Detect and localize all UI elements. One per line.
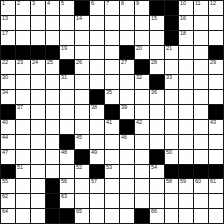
clue-number: 38: [91, 105, 97, 111]
grid-cell[interactable]: [209, 209, 223, 223]
grid-cell[interactable]: [16, 209, 30, 223]
black-cell: [165, 31, 179, 45]
black-cell: [1, 46, 15, 60]
black-cell: [90, 90, 104, 104]
grid-cell[interactable]: 36: [150, 90, 164, 104]
grid-cell[interactable]: [75, 179, 89, 193]
grid-cell[interactable]: [165, 194, 179, 208]
clue-number: 13: [2, 16, 8, 22]
grid-cell[interactable]: 52: [75, 165, 89, 179]
grid-cell[interactable]: [179, 194, 193, 208]
clue-number: 63: [61, 194, 67, 200]
grid-cell[interactable]: [16, 31, 30, 45]
grid-cell[interactable]: [135, 31, 149, 45]
black-cell: [60, 60, 74, 74]
clue-number: 66: [151, 209, 157, 215]
grid-cell[interactable]: [105, 60, 119, 74]
grid-cell[interactable]: [90, 209, 104, 223]
grid-cell[interactable]: 53: [105, 165, 119, 179]
black-cell: [135, 60, 149, 74]
clue-number: 1: [2, 1, 5, 7]
grid-cell[interactable]: [105, 135, 119, 149]
black-cell: [75, 1, 89, 15]
grid-cell[interactable]: [165, 90, 179, 104]
clue-number: 39: [121, 105, 127, 111]
clue-number: 11: [195, 1, 200, 7]
grid-cell[interactable]: [135, 90, 149, 104]
black-cell: [46, 46, 60, 60]
grid-cell[interactable]: [46, 135, 60, 149]
grid-cell[interactable]: 10: [179, 1, 193, 15]
grid-cell[interactable]: 26: [75, 60, 89, 74]
grid-cell[interactable]: 18: [179, 31, 193, 45]
grid-cell[interactable]: [46, 105, 60, 119]
grid-cell[interactable]: [31, 120, 45, 134]
grid-cell[interactable]: 62: [1, 194, 15, 208]
clue-number: 21: [166, 46, 172, 52]
grid-cell[interactable]: 31: [60, 75, 74, 89]
grid-cell[interactable]: [31, 209, 45, 223]
grid-cell[interactable]: [135, 135, 149, 149]
grid-cell[interactable]: [46, 120, 60, 134]
grid-cell[interactable]: [165, 209, 179, 223]
crossword-grid: 1234567891011121314151617181920212223242…: [0, 0, 224, 224]
clue-number: 15: [151, 16, 157, 22]
grid-cell[interactable]: [16, 135, 30, 149]
grid-cell[interactable]: [105, 150, 119, 164]
grid-cell[interactable]: 29: [209, 60, 223, 74]
clue-number: 5: [61, 1, 64, 7]
grid-cell[interactable]: 14: [75, 16, 89, 30]
grid-cell[interactable]: [90, 31, 104, 45]
clue-number: 34: [2, 90, 8, 96]
grid-cell[interactable]: [150, 46, 164, 60]
grid-cell[interactable]: [120, 150, 134, 164]
clue-number: 20: [136, 46, 142, 52]
clue-number: 6: [91, 1, 94, 7]
grid-cell[interactable]: [179, 120, 193, 134]
grid-cell[interactable]: [31, 75, 45, 89]
grid-cell[interactable]: 61: [209, 179, 223, 193]
clue-number: 48: [61, 150, 67, 156]
clue-number: 37: [17, 105, 23, 111]
clue-number: 30: [2, 75, 8, 81]
grid-cell[interactable]: [60, 120, 74, 134]
grid-cell[interactable]: [16, 194, 30, 208]
grid-cell[interactable]: [90, 46, 104, 60]
grid-cell[interactable]: [60, 105, 74, 119]
grid-cell[interactable]: [60, 31, 74, 45]
grid-cell[interactable]: 3: [31, 1, 45, 15]
grid-cell[interactable]: 33: [165, 75, 179, 89]
grid-cell[interactable]: [31, 179, 45, 193]
grid-cell[interactable]: [46, 90, 60, 104]
clue-number: 9: [136, 1, 139, 7]
clue-number: 45: [76, 135, 82, 141]
grid-cell[interactable]: [105, 179, 119, 193]
grid-cell[interactable]: 6: [90, 1, 104, 15]
grid-cell[interactable]: [179, 75, 193, 89]
grid-cell[interactable]: [194, 75, 208, 89]
clue-number: 60: [195, 179, 201, 185]
clue-number: 35: [106, 90, 112, 96]
clue-number: 36: [151, 90, 157, 96]
grid-cell[interactable]: 20: [135, 46, 149, 60]
grid-cell[interactable]: 37: [16, 105, 30, 119]
grid-cell[interactable]: 59: [179, 179, 193, 193]
grid-cell[interactable]: [16, 16, 30, 30]
clue-number: 40: [2, 120, 8, 126]
grid-cell[interactable]: [105, 46, 119, 60]
clue-number: 10: [180, 1, 186, 7]
grid-cell[interactable]: 56: [60, 179, 74, 193]
grid-cell[interactable]: 63: [60, 194, 74, 208]
grid-cell[interactable]: 58: [165, 179, 179, 193]
black-cell: [46, 209, 60, 223]
grid-cell[interactable]: [194, 16, 208, 30]
grid-cell[interactable]: [209, 31, 223, 45]
grid-cell[interactable]: 35: [105, 90, 119, 104]
grid-cell[interactable]: [105, 31, 119, 45]
grid-cell[interactable]: 25: [46, 60, 60, 74]
black-cell: [1, 105, 15, 119]
black-cell: [120, 120, 134, 134]
grid-cell[interactable]: 40: [1, 120, 15, 134]
black-cell: [179, 165, 193, 179]
grid-cell[interactable]: 48: [60, 150, 74, 164]
grid-cell[interactable]: [165, 135, 179, 149]
grid-cell[interactable]: [179, 60, 193, 74]
clue-number: 55: [2, 179, 8, 185]
grid-cell[interactable]: [75, 194, 89, 208]
grid-cell[interactable]: 66: [150, 209, 164, 223]
grid-cell[interactable]: 32: [135, 75, 149, 89]
grid-cell[interactable]: [16, 120, 30, 134]
grid-cell[interactable]: 9: [135, 1, 149, 15]
clue-number: 29: [210, 60, 216, 66]
grid-cell[interactable]: 46: [120, 135, 134, 149]
grid-cell[interactable]: [150, 179, 164, 193]
grid-cell[interactable]: [60, 165, 74, 179]
grid-cell[interactable]: [16, 179, 30, 193]
black-cell: [150, 75, 164, 89]
grid-cell[interactable]: [179, 90, 193, 104]
grid-cell[interactable]: 49: [90, 150, 104, 164]
grid-cell[interactable]: [90, 120, 104, 134]
grid-cell[interactable]: [209, 194, 223, 208]
grid-cell[interactable]: [135, 194, 149, 208]
black-cell: [105, 105, 119, 119]
black-cell: [209, 46, 223, 60]
grid-cell[interactable]: [75, 120, 89, 134]
grid-cell[interactable]: [120, 90, 134, 104]
grid-cell[interactable]: [209, 150, 223, 164]
clue-number: 28: [151, 60, 157, 66]
grid-cell[interactable]: [150, 31, 164, 45]
clue-number: 22: [2, 60, 8, 66]
clue-number: 31: [61, 75, 67, 81]
black-cell: [209, 105, 223, 119]
grid-cell[interactable]: [31, 16, 45, 30]
grid-cell[interactable]: [194, 209, 208, 223]
grid-cell[interactable]: 54: [150, 165, 164, 179]
grid-cell[interactable]: [194, 46, 208, 60]
grid-cell[interactable]: [16, 150, 30, 164]
grid-cell[interactable]: [209, 90, 223, 104]
grid-cell[interactable]: 51: [16, 165, 30, 179]
clue-number: 16: [180, 16, 186, 22]
grid-cell[interactable]: [16, 75, 30, 89]
grid-cell[interactable]: 21: [165, 46, 179, 60]
black-cell: [60, 209, 74, 223]
black-cell: [120, 46, 134, 60]
grid-cell[interactable]: [105, 209, 119, 223]
grid-cell[interactable]: [16, 90, 30, 104]
grid-cell[interactable]: 57: [90, 179, 104, 193]
clue-number: 44: [2, 135, 8, 141]
clue-number: 18: [180, 31, 186, 37]
grid-cell[interactable]: 34: [1, 90, 15, 104]
grid-cell[interactable]: [179, 46, 193, 60]
grid-cell[interactable]: 42: [135, 120, 149, 134]
grid-cell[interactable]: [31, 194, 45, 208]
clue-number: 52: [76, 165, 82, 171]
grid-cell[interactable]: [209, 135, 223, 149]
grid-cell[interactable]: [46, 165, 60, 179]
grid-cell[interactable]: 12: [209, 1, 223, 15]
grid-cell[interactable]: [150, 120, 164, 134]
grid-cell[interactable]: 43: [209, 120, 223, 134]
grid-cell[interactable]: [194, 60, 208, 74]
grid-cell[interactable]: 8: [120, 1, 134, 15]
clue-number: 12: [210, 1, 216, 7]
black-cell: [209, 165, 223, 179]
black-cell: [150, 1, 164, 15]
clue-number: 7: [106, 1, 109, 7]
grid-cell[interactable]: 50: [165, 150, 179, 164]
grid-cell[interactable]: 45: [75, 135, 89, 149]
grid-cell[interactable]: 60: [194, 179, 208, 193]
grid-cell[interactable]: [90, 60, 104, 74]
grid-cell[interactable]: [105, 194, 119, 208]
black-cell: [1, 165, 15, 179]
grid-cell[interactable]: [75, 90, 89, 104]
grid-cell[interactable]: [194, 120, 208, 134]
clue-number: 23: [17, 60, 23, 66]
clue-number: 41: [106, 120, 112, 126]
black-cell: [150, 150, 164, 164]
clue-number: 32: [136, 75, 142, 81]
grid-cell[interactable]: [120, 16, 134, 30]
grid-cell[interactable]: 7: [105, 1, 119, 15]
clue-number: 56: [61, 179, 67, 185]
clue-number: 53: [106, 165, 112, 171]
grid-cell[interactable]: [194, 150, 208, 164]
grid-cell[interactable]: [31, 150, 45, 164]
grid-cell[interactable]: [31, 135, 45, 149]
clue-number: 2: [17, 1, 20, 7]
grid-cell[interactable]: 5: [60, 1, 74, 15]
grid-cell[interactable]: 38: [90, 105, 104, 119]
grid-cell[interactable]: [120, 194, 134, 208]
grid-cell[interactable]: [75, 31, 89, 45]
grid-cell[interactable]: [46, 16, 60, 30]
clue-number: 43: [210, 120, 216, 126]
grid-cell[interactable]: [165, 105, 179, 119]
clue-number: 57: [91, 179, 97, 185]
grid-cell[interactable]: [120, 31, 134, 45]
grid-cell[interactable]: 47: [1, 150, 15, 164]
grid-cell[interactable]: [135, 150, 149, 164]
clue-number: 33: [166, 75, 172, 81]
black-cell: [16, 46, 30, 60]
grid-cell[interactable]: [135, 179, 149, 193]
grid-cell[interactable]: [179, 209, 193, 223]
black-cell: [31, 46, 45, 60]
black-cell: [75, 150, 89, 164]
grid-cell[interactable]: [75, 46, 89, 60]
clue-number: 58: [166, 179, 172, 185]
clue-number: 14: [76, 16, 82, 22]
grid-cell[interactable]: [90, 194, 104, 208]
grid-cell[interactable]: [120, 75, 134, 89]
clue-number: 65: [76, 209, 82, 215]
grid-cell[interactable]: 30: [1, 75, 15, 89]
clue-number: 4: [47, 1, 50, 7]
grid-cell[interactable]: [31, 165, 45, 179]
grid-cell[interactable]: 11: [194, 1, 208, 15]
grid-cell[interactable]: [194, 135, 208, 149]
grid-cell[interactable]: 41: [105, 120, 119, 134]
grid-cell[interactable]: [150, 194, 164, 208]
clue-number: 49: [91, 150, 97, 156]
clue-number: 54: [151, 165, 157, 171]
grid-cell[interactable]: 2: [16, 1, 30, 15]
clue-number: 50: [166, 150, 172, 156]
grid-cell[interactable]: 64: [1, 209, 15, 223]
grid-cell[interactable]: [194, 31, 208, 45]
grid-cell[interactable]: [75, 75, 89, 89]
black-cell: [165, 165, 179, 179]
grid-cell[interactable]: [46, 75, 60, 89]
black-cell: [165, 16, 179, 30]
grid-cell[interactable]: [150, 135, 164, 149]
grid-cell[interactable]: [31, 105, 45, 119]
grid-cell[interactable]: [46, 31, 60, 45]
grid-cell[interactable]: 23: [16, 60, 30, 74]
grid-cell[interactable]: [120, 165, 134, 179]
grid-cell[interactable]: [90, 135, 104, 149]
clue-number: 3: [32, 1, 35, 7]
grid-cell[interactable]: [120, 179, 134, 193]
grid-cell[interactable]: [31, 31, 45, 45]
grid-cell[interactable]: 16: [179, 16, 193, 30]
grid-cell[interactable]: [179, 105, 193, 119]
clue-number: 8: [121, 1, 124, 7]
grid-cell[interactable]: [120, 209, 134, 223]
grid-cell[interactable]: [209, 75, 223, 89]
grid-cell[interactable]: [135, 16, 149, 30]
black-cell: [60, 135, 74, 149]
grid-cell[interactable]: [60, 90, 74, 104]
clue-number: 19: [61, 46, 67, 52]
black-cell: [194, 165, 208, 179]
clue-number: 42: [136, 120, 142, 126]
grid-cell[interactable]: 28: [150, 60, 164, 74]
grid-cell[interactable]: 13: [1, 16, 15, 30]
clue-number: 24: [32, 60, 38, 66]
clue-number: 47: [2, 150, 8, 156]
grid-cell[interactable]: [165, 60, 179, 74]
black-cell: [165, 1, 179, 15]
black-cell: [90, 165, 104, 179]
grid-cell[interactable]: 4: [46, 1, 60, 15]
grid-cell[interactable]: 17: [1, 31, 15, 45]
grid-cell[interactable]: 24: [31, 60, 45, 74]
grid-cell[interactable]: 44: [1, 135, 15, 149]
grid-cell[interactable]: [75, 105, 89, 119]
clue-number: 17: [2, 31, 8, 37]
black-cell: [46, 194, 60, 208]
clue-number: 51: [17, 165, 23, 171]
grid-cell[interactable]: 1: [1, 1, 15, 15]
grid-cell[interactable]: [90, 16, 104, 30]
clue-number: 46: [121, 135, 127, 141]
grid-cell[interactable]: [46, 150, 60, 164]
grid-cell[interactable]: [209, 16, 223, 30]
grid-cell[interactable]: 22: [1, 60, 15, 74]
clue-number: 27: [121, 60, 127, 66]
grid-cell[interactable]: [179, 150, 193, 164]
grid-cell[interactable]: [194, 90, 208, 104]
black-cell: [46, 179, 60, 193]
grid-cell[interactable]: 65: [75, 209, 89, 223]
grid-cell[interactable]: [105, 16, 119, 30]
grid-cell[interactable]: [194, 105, 208, 119]
grid-cell[interactable]: 19: [60, 46, 74, 60]
grid-cell[interactable]: 15: [150, 16, 164, 30]
clue-number: 25: [47, 60, 53, 66]
clue-number: 64: [2, 209, 8, 215]
grid-cell[interactable]: [179, 135, 193, 149]
grid-cell[interactable]: 39: [120, 105, 134, 119]
black-cell: [135, 209, 149, 223]
clue-number: 26: [76, 60, 82, 66]
clue-number: 59: [180, 179, 186, 185]
grid-cell[interactable]: [60, 16, 74, 30]
grid-cell[interactable]: 27: [120, 60, 134, 74]
grid-cell[interactable]: 55: [1, 179, 15, 193]
clue-number: 61: [210, 179, 216, 185]
grid-cell[interactable]: [135, 165, 149, 179]
grid-cell[interactable]: [90, 75, 104, 89]
grid-cell[interactable]: [31, 90, 45, 104]
grid-cell[interactable]: [165, 120, 179, 134]
grid-cell[interactable]: [194, 194, 208, 208]
grid-cell[interactable]: [150, 105, 164, 119]
clue-number: 62: [2, 194, 8, 200]
grid-cell[interactable]: [105, 75, 119, 89]
grid-cell[interactable]: [135, 105, 149, 119]
